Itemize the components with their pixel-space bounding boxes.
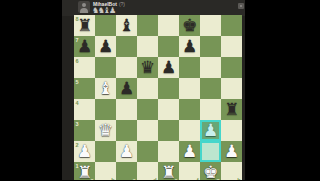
square-f1[interactable]: f	[179, 162, 200, 180]
square-h6[interactable]	[221, 57, 242, 78]
square-b4[interactable]	[95, 99, 116, 120]
square-f4[interactable]	[179, 99, 200, 120]
square-e7[interactable]	[158, 36, 179, 57]
square-d2[interactable]	[137, 141, 158, 162]
square-f8[interactable]: ♚	[179, 15, 200, 36]
square-f5[interactable]	[179, 78, 200, 99]
square-g5[interactable]	[200, 78, 221, 99]
square-g2[interactable]	[200, 141, 221, 162]
square-b1[interactable]: b	[95, 162, 116, 180]
rank-label-4: 4	[76, 100, 79, 106]
square-h8[interactable]	[221, 15, 242, 36]
piece-bP-b7[interactable]: ♟	[95, 36, 116, 57]
square-h1[interactable]: h	[221, 162, 242, 180]
player-avatar[interactable]	[78, 1, 90, 13]
piece-wP-h2[interactable]: ♟	[221, 141, 242, 162]
square-e5[interactable]	[158, 78, 179, 99]
square-a6[interactable]: 6	[74, 57, 95, 78]
player-bar: MihaelBot(?) ♞♞♝♟	[62, 0, 245, 16]
piece-wK-g1[interactable]: ♚	[200, 162, 221, 180]
avatar-person-icon-body	[80, 8, 88, 13]
square-d6[interactable]: ♛	[137, 57, 158, 78]
square-a5[interactable]: 5	[74, 78, 95, 99]
piece-bR-h4[interactable]: ♜	[221, 99, 242, 120]
square-e2[interactable]	[158, 141, 179, 162]
square-a1[interactable]: 1a♜	[74, 162, 95, 180]
piece-bP-e6[interactable]: ♟	[158, 57, 179, 78]
square-d4[interactable]	[137, 99, 158, 120]
square-d3[interactable]	[137, 120, 158, 141]
square-a3[interactable]: 3	[74, 120, 95, 141]
square-f6[interactable]	[179, 57, 200, 78]
square-b5[interactable]: ♝	[95, 78, 116, 99]
square-f2[interactable]: ♟	[179, 141, 200, 162]
square-h2[interactable]: ♟	[221, 141, 242, 162]
square-f7[interactable]: ♟	[179, 36, 200, 57]
square-e8[interactable]	[158, 15, 179, 36]
square-g4[interactable]	[200, 99, 221, 120]
square-c3[interactable]	[116, 120, 137, 141]
captured-pieces: ♞♞♝♟	[92, 6, 115, 15]
square-h3[interactable]	[221, 120, 242, 141]
square-d5[interactable]	[137, 78, 158, 99]
piece-wP-a2[interactable]: ♟	[74, 141, 95, 162]
piece-bP-a7[interactable]: ♟	[74, 36, 95, 57]
piece-bB-c8[interactable]: ♝	[116, 15, 137, 36]
square-b3[interactable]: ♛	[95, 120, 116, 141]
file-label-h: h	[237, 177, 240, 181]
square-c2[interactable]: ♟	[116, 141, 137, 162]
piece-wQ-b3[interactable]: ♛	[95, 120, 116, 141]
piece-bP-c5[interactable]: ♟	[116, 78, 137, 99]
piece-bK-f8[interactable]: ♚	[179, 15, 200, 36]
square-g6[interactable]	[200, 57, 221, 78]
piece-wB-b5[interactable]: ♝	[95, 78, 116, 99]
square-c7[interactable]	[116, 36, 137, 57]
square-h7[interactable]	[221, 36, 242, 57]
player-rating: (?)	[119, 1, 125, 7]
square-g8[interactable]	[200, 15, 221, 36]
square-c4[interactable]	[116, 99, 137, 120]
file-label-f: f	[197, 177, 199, 181]
square-b2[interactable]	[95, 141, 116, 162]
piece-wR-a1[interactable]: ♜	[74, 162, 95, 180]
square-g3[interactable]: ♟	[200, 120, 221, 141]
square-a8[interactable]: 8♜	[74, 15, 95, 36]
game-frame: MihaelBot(?) ♞♞♝♟ 8♜♝♚7♟♟♟6♛♟5♝♟4♜3♛♟2♟♟…	[62, 0, 245, 180]
square-h4[interactable]: ♜	[221, 99, 242, 120]
square-b7[interactable]: ♟	[95, 36, 116, 57]
square-d7[interactable]	[137, 36, 158, 57]
file-label-b: b	[111, 177, 114, 181]
square-d1[interactable]: d	[137, 162, 158, 180]
square-c5[interactable]: ♟	[116, 78, 137, 99]
square-c8[interactable]: ♝	[116, 15, 137, 36]
square-a4[interactable]: 4	[74, 99, 95, 120]
file-label-c: c	[132, 177, 135, 181]
square-g7[interactable]	[200, 36, 221, 57]
rank-label-3: 3	[76, 121, 79, 127]
square-b8[interactable]	[95, 15, 116, 36]
piece-bP-f7[interactable]: ♟	[179, 36, 200, 57]
rank-label-5: 5	[76, 79, 79, 85]
settings-icon-dot	[240, 5, 242, 7]
square-e1[interactable]: e♜	[158, 162, 179, 180]
square-h5[interactable]	[221, 78, 242, 99]
square-b6[interactable]	[95, 57, 116, 78]
square-e4[interactable]	[158, 99, 179, 120]
square-c6[interactable]	[116, 57, 137, 78]
settings-icon[interactable]	[238, 3, 244, 9]
file-label-d: d	[153, 177, 156, 181]
piece-bR-a8[interactable]: ♜	[74, 15, 95, 36]
piece-wP-f2[interactable]: ♟	[179, 141, 200, 162]
piece-wR-e1[interactable]: ♜	[158, 162, 179, 180]
avatar-person-icon	[82, 3, 86, 7]
square-a7[interactable]: 7♟	[74, 36, 95, 57]
square-g1[interactable]: g♚	[200, 162, 221, 180]
square-a2[interactable]: 2♟	[74, 141, 95, 162]
piece-wP-c2[interactable]: ♟	[116, 141, 137, 162]
piece-bQ-d6[interactable]: ♛	[137, 57, 158, 78]
rank-label-6: 6	[76, 58, 79, 64]
square-f3[interactable]	[179, 120, 200, 141]
square-d8[interactable]	[137, 15, 158, 36]
piece-wP-g3[interactable]: ♟	[200, 120, 221, 141]
square-e3[interactable]	[158, 120, 179, 141]
chess-board: 8♜♝♚7♟♟♟6♛♟5♝♟4♜3♛♟2♟♟♟♟1a♜bcde♜fg♚h	[74, 15, 242, 180]
square-c1[interactable]: c	[116, 162, 137, 180]
square-e6[interactable]: ♟	[158, 57, 179, 78]
